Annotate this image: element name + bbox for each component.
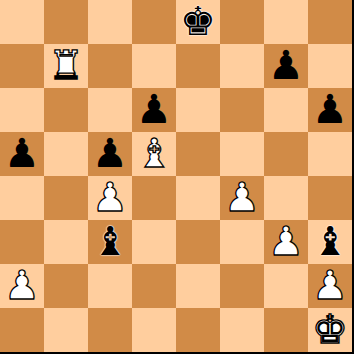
square-d7[interactable] <box>132 44 176 88</box>
piece-white-pawn: ♟ <box>312 265 348 305</box>
piece-white-pawn: ♟ <box>92 177 128 217</box>
square-a1[interactable] <box>0 308 44 352</box>
square-f5[interactable] <box>220 132 264 176</box>
square-h2[interactable]: ♟ <box>308 264 352 308</box>
square-e5[interactable] <box>176 132 220 176</box>
square-e8[interactable]: ♚ <box>176 0 220 44</box>
square-e4[interactable] <box>176 176 220 220</box>
square-h7[interactable] <box>308 44 352 88</box>
square-c6[interactable] <box>88 88 132 132</box>
square-f3[interactable] <box>220 220 264 264</box>
square-b5[interactable] <box>44 132 88 176</box>
square-b4[interactable] <box>44 176 88 220</box>
square-g8[interactable] <box>264 0 308 44</box>
square-h3[interactable]: ♝ <box>308 220 352 264</box>
square-a3[interactable] <box>0 220 44 264</box>
square-c8[interactable] <box>88 0 132 44</box>
square-f7[interactable] <box>220 44 264 88</box>
piece-white-bishop: ♝ <box>136 133 172 173</box>
square-f1[interactable] <box>220 308 264 352</box>
square-e1[interactable] <box>176 308 220 352</box>
piece-black-bishop: ♝ <box>92 221 128 261</box>
square-e7[interactable] <box>176 44 220 88</box>
square-f4[interactable]: ♟ <box>220 176 264 220</box>
square-a5[interactable]: ♟ <box>0 132 44 176</box>
square-b1[interactable] <box>44 308 88 352</box>
square-f6[interactable] <box>220 88 264 132</box>
square-b6[interactable] <box>44 88 88 132</box>
square-c7[interactable] <box>88 44 132 88</box>
square-g3[interactable]: ♟ <box>264 220 308 264</box>
square-b3[interactable] <box>44 220 88 264</box>
square-b8[interactable] <box>44 0 88 44</box>
piece-black-pawn: ♟ <box>4 133 40 173</box>
square-g1[interactable] <box>264 308 308 352</box>
square-e6[interactable] <box>176 88 220 132</box>
square-h8[interactable] <box>308 0 352 44</box>
square-a2[interactable]: ♟ <box>0 264 44 308</box>
piece-black-bishop: ♝ <box>312 221 348 261</box>
square-d3[interactable] <box>132 220 176 264</box>
square-d2[interactable] <box>132 264 176 308</box>
square-h1[interactable]: ♚ <box>308 308 352 352</box>
square-e2[interactable] <box>176 264 220 308</box>
square-e3[interactable] <box>176 220 220 264</box>
square-d1[interactable] <box>132 308 176 352</box>
square-g6[interactable] <box>264 88 308 132</box>
piece-white-pawn: ♟ <box>4 265 40 305</box>
square-c2[interactable] <box>88 264 132 308</box>
square-d8[interactable] <box>132 0 176 44</box>
square-d5[interactable]: ♝ <box>132 132 176 176</box>
square-c3[interactable]: ♝ <box>88 220 132 264</box>
square-g2[interactable] <box>264 264 308 308</box>
piece-black-king: ♚ <box>180 1 216 41</box>
square-c4[interactable]: ♟ <box>88 176 132 220</box>
square-c1[interactable] <box>88 308 132 352</box>
piece-black-pawn: ♟ <box>312 89 348 129</box>
square-h5[interactable] <box>308 132 352 176</box>
piece-black-pawn: ♟ <box>268 45 304 85</box>
square-g7[interactable]: ♟ <box>264 44 308 88</box>
chess-board-frame: ♚♜♟♟♟♟♟♝♟♟♝♟♝♟♟♚ <box>0 0 354 354</box>
square-a6[interactable] <box>0 88 44 132</box>
piece-black-pawn: ♟ <box>136 89 172 129</box>
square-h4[interactable] <box>308 176 352 220</box>
square-d4[interactable] <box>132 176 176 220</box>
square-a8[interactable] <box>0 0 44 44</box>
square-f2[interactable] <box>220 264 264 308</box>
square-a4[interactable] <box>0 176 44 220</box>
square-g4[interactable] <box>264 176 308 220</box>
piece-black-pawn: ♟ <box>92 133 128 173</box>
square-b7[interactable]: ♜ <box>44 44 88 88</box>
square-a7[interactable] <box>0 44 44 88</box>
piece-white-king: ♚ <box>312 309 348 349</box>
square-h6[interactable]: ♟ <box>308 88 352 132</box>
square-f8[interactable] <box>220 0 264 44</box>
square-c5[interactable]: ♟ <box>88 132 132 176</box>
square-g5[interactable] <box>264 132 308 176</box>
piece-white-rook: ♜ <box>48 45 84 85</box>
chess-board: ♚♜♟♟♟♟♟♝♟♟♝♟♝♟♟♚ <box>0 0 352 352</box>
square-b2[interactable] <box>44 264 88 308</box>
piece-white-pawn: ♟ <box>268 221 304 261</box>
piece-white-pawn: ♟ <box>224 177 260 217</box>
square-d6[interactable]: ♟ <box>132 88 176 132</box>
